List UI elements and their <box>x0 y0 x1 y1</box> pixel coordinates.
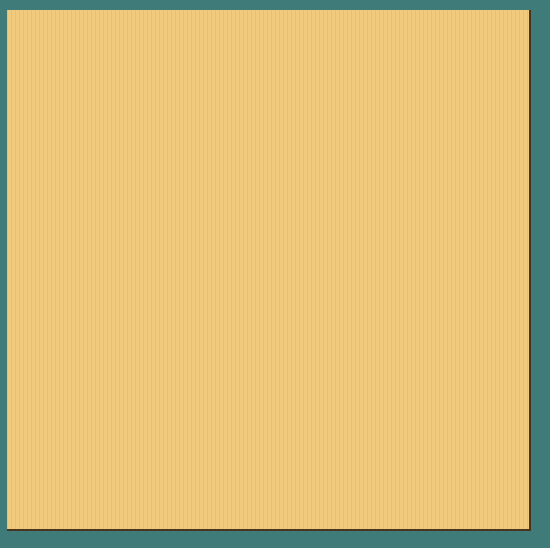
go-diagram <box>0 0 550 548</box>
go-board <box>7 10 531 531</box>
